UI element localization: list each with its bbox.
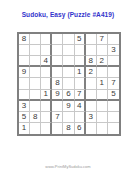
cell-r8c2: 8 <box>30 112 41 123</box>
cell-r1c1: 8 <box>19 34 30 45</box>
cell-r2c4 <box>52 45 63 56</box>
cell-r3c5 <box>63 56 74 67</box>
cell-r6c5: 6 <box>63 90 74 101</box>
cell-r8c4: 7 <box>52 112 63 123</box>
cell-r8c8 <box>97 112 108 123</box>
cell-r4c8 <box>97 67 108 78</box>
cell-r9c4 <box>52 123 63 134</box>
cell-r4c1: 9 <box>19 67 30 78</box>
cell-r1c8: 7 <box>97 34 108 45</box>
cell-r2c3 <box>41 45 52 56</box>
cell-r1c7 <box>86 34 97 45</box>
cell-r1c9 <box>108 34 119 45</box>
cell-r6c1 <box>19 90 30 101</box>
cell-r1c4 <box>52 34 63 45</box>
cell-r3c9 <box>108 56 119 67</box>
cell-r5c3 <box>41 78 52 89</box>
cell-r9c9 <box>108 123 119 134</box>
cell-r6c8 <box>97 90 108 101</box>
cell-r2c1 <box>19 45 30 56</box>
cell-r7c8 <box>97 101 108 112</box>
cell-r5c7 <box>86 78 97 89</box>
cell-r2c8 <box>97 45 108 56</box>
cell-r3c3: 4 <box>41 56 52 67</box>
cell-r6c4: 9 <box>52 90 63 101</box>
cell-r2c9: 3 <box>108 45 119 56</box>
cell-r6c7 <box>86 90 97 101</box>
cell-r7c3 <box>41 101 52 112</box>
cell-r9c3 <box>41 123 52 134</box>
cell-r5c4: 8 <box>52 78 63 89</box>
cell-r3c8: 2 <box>97 56 108 67</box>
cell-r4c6: 1 <box>75 67 86 78</box>
cell-r8c7: 3 <box>86 112 97 123</box>
cell-r8c6 <box>75 112 86 123</box>
sudoku-board: 8573482912817196753945873186 <box>17 32 121 136</box>
cell-r3c4 <box>52 56 63 67</box>
cell-r2c5 <box>63 45 74 56</box>
cell-r9c1: 1 <box>19 123 30 134</box>
cell-r1c5 <box>63 34 74 45</box>
cell-r7c6: 4 <box>75 101 86 112</box>
cell-r5c5 <box>63 78 74 89</box>
cell-r4c4 <box>52 67 63 78</box>
cell-r8c5 <box>63 112 74 123</box>
cell-r8c9 <box>108 112 119 123</box>
cell-r4c5 <box>63 67 74 78</box>
cell-r7c2 <box>30 101 41 112</box>
cell-r7c7 <box>86 101 97 112</box>
cell-r4c9 <box>108 67 119 78</box>
cell-r4c7: 2 <box>86 67 97 78</box>
cell-r9c8 <box>97 123 108 134</box>
cell-r8c1: 5 <box>19 112 30 123</box>
cell-r6c2 <box>30 90 41 101</box>
cell-r7c9 <box>108 101 119 112</box>
cell-r8c3 <box>41 112 52 123</box>
cell-r5c8: 1 <box>97 78 108 89</box>
cell-r5c1 <box>19 78 30 89</box>
cell-r5c9: 7 <box>108 78 119 89</box>
cell-r3c7: 8 <box>86 56 97 67</box>
cell-r3c1 <box>19 56 30 67</box>
cell-r2c2 <box>30 45 41 56</box>
page-title: Sudoku, Easy (Puzzle #A419) <box>0 11 136 18</box>
cell-r6c3: 1 <box>41 90 52 101</box>
sudoku-print-page: Sudoku, Easy (Puzzle #A419) 857348291281… <box>0 0 136 176</box>
footer-website-url: www.PrintMySudoku.com <box>0 164 136 169</box>
cell-r3c6 <box>75 56 86 67</box>
cell-r2c7 <box>86 45 97 56</box>
cell-r7c4 <box>52 101 63 112</box>
cell-r6c9: 5 <box>108 90 119 101</box>
cell-r5c6 <box>75 78 86 89</box>
cell-r7c5: 9 <box>63 101 74 112</box>
cell-r9c5: 8 <box>63 123 74 134</box>
cell-r1c2 <box>30 34 41 45</box>
cell-r1c3 <box>41 34 52 45</box>
cell-r6c6: 7 <box>75 90 86 101</box>
cell-r4c3 <box>41 67 52 78</box>
cell-r1c6: 5 <box>75 34 86 45</box>
cell-r5c2 <box>30 78 41 89</box>
cell-r9c2 <box>30 123 41 134</box>
cell-r3c2 <box>30 56 41 67</box>
cell-r9c7 <box>86 123 97 134</box>
cell-r4c2 <box>30 67 41 78</box>
cell-r7c1: 3 <box>19 101 30 112</box>
cell-r2c6 <box>75 45 86 56</box>
cell-r9c6: 6 <box>75 123 86 134</box>
